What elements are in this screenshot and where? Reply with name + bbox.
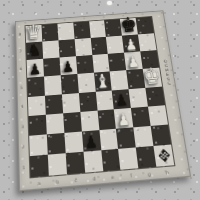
black-pawn-f4: ♟ bbox=[115, 92, 128, 109]
square-b6 bbox=[43, 58, 60, 77]
square-h2 bbox=[151, 124, 171, 146]
white-pawn-g7: ♟ bbox=[125, 38, 138, 53]
black-knight-a7: ♞ bbox=[28, 43, 42, 60]
rank-label-5: 5 bbox=[17, 78, 25, 97]
file-label-d: d bbox=[85, 173, 104, 184]
square-e5: ♝ bbox=[94, 72, 112, 92]
rank-label-6: 6 bbox=[17, 60, 25, 79]
rank-label-8: 8 bbox=[16, 25, 24, 43]
square-a3 bbox=[29, 114, 47, 135]
square-h7 bbox=[138, 33, 156, 51]
file-label-e: e bbox=[103, 172, 122, 183]
square-b3 bbox=[46, 113, 64, 134]
square-a1 bbox=[30, 155, 49, 178]
white-pawn-f3: ♟ bbox=[117, 111, 131, 128]
square-d7 bbox=[74, 38, 92, 56]
square-c4 bbox=[62, 93, 80, 113]
file-label-c: c bbox=[66, 175, 85, 186]
square-b4 bbox=[45, 94, 63, 114]
square-a2 bbox=[29, 134, 47, 156]
file-label-h: h bbox=[158, 167, 178, 178]
square-c2 bbox=[64, 131, 83, 153]
square-d8 bbox=[73, 21, 90, 39]
board-photo: { "game": "chess", "scene": { "descripti… bbox=[0, 0, 200, 200]
square-e8 bbox=[89, 20, 107, 38]
chess-board-grid: ♛♚♞♟♟♟♟♝♚♟♟♟ bbox=[25, 16, 176, 178]
square-d2: ♟ bbox=[82, 130, 101, 152]
square-e7 bbox=[90, 37, 108, 55]
square-b8 bbox=[41, 24, 58, 42]
board-logo-icon bbox=[157, 148, 170, 162]
square-d6 bbox=[76, 55, 94, 74]
square-e4 bbox=[95, 90, 114, 110]
file-label-g: g bbox=[139, 169, 158, 180]
square-c6: ♟ bbox=[59, 56, 77, 75]
square-c5 bbox=[60, 74, 78, 94]
square-d4 bbox=[78, 91, 97, 111]
square-c7 bbox=[58, 39, 75, 57]
square-d5 bbox=[77, 73, 95, 93]
file-label-b: b bbox=[48, 176, 67, 187]
square-b2 bbox=[47, 133, 66, 155]
rank-label-4: 4 bbox=[18, 97, 27, 117]
file-label-a: a bbox=[30, 178, 49, 189]
square-h8 bbox=[136, 17, 154, 35]
white-bishop-e5: ♝ bbox=[95, 72, 111, 92]
black-king-g8: ♚ bbox=[120, 15, 139, 36]
water-droplet-highlight bbox=[107, 1, 112, 5]
rank-label-3: 3 bbox=[18, 116, 27, 137]
square-e1 bbox=[101, 149, 121, 171]
square-h5: ♚ bbox=[143, 68, 162, 87]
square-h4 bbox=[145, 86, 165, 106]
square-g8: ♚ bbox=[120, 18, 138, 36]
square-a4 bbox=[28, 95, 46, 115]
square-d3 bbox=[80, 110, 99, 131]
black-pawn-c6: ♟ bbox=[62, 60, 74, 76]
white-pawn-g6: ♟ bbox=[127, 55, 140, 70]
white-king-h5: ♚ bbox=[142, 64, 162, 87]
chess-board: 87654321 abcdefgh ©CHESS ♛♚♞♟♟♟♟♝♚♟♟♟ bbox=[15, 10, 191, 191]
square-c3 bbox=[63, 112, 82, 133]
rank-label-1: 1 bbox=[19, 157, 28, 179]
square-c8 bbox=[57, 23, 74, 41]
square-h1 bbox=[154, 144, 175, 166]
square-b7 bbox=[42, 40, 59, 58]
square-c1 bbox=[65, 152, 84, 175]
square-e2 bbox=[99, 128, 119, 150]
black-pawn-a6: ♟ bbox=[29, 62, 41, 78]
black-pawn-d2: ♟ bbox=[84, 134, 98, 152]
square-d1 bbox=[83, 150, 103, 173]
square-a5 bbox=[27, 77, 45, 97]
rank-label-7: 7 bbox=[16, 42, 24, 60]
square-a6: ♟ bbox=[27, 59, 44, 78]
square-b1 bbox=[48, 153, 67, 176]
file-label-f: f bbox=[121, 170, 140, 181]
square-b5 bbox=[44, 76, 62, 96]
rank-label-2: 2 bbox=[19, 136, 28, 157]
square-h3 bbox=[148, 105, 168, 126]
square-a7: ♞ bbox=[26, 42, 43, 61]
square-e3 bbox=[97, 109, 116, 130]
